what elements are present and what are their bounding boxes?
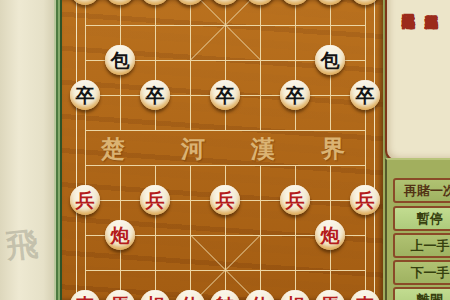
left-margin: 飛 (0, 0, 54, 300)
play-again-button[interactable]: 再賭一次 (393, 178, 450, 203)
next-move-button[interactable]: 下一手 (393, 260, 450, 285)
river-char-han: 漢 (247, 133, 279, 165)
button-panel: 再賭一次 暫停 上一手 下一手 離開 (385, 158, 450, 300)
watermark-seal: 飛 (5, 228, 40, 261)
river-char-he: 河 (177, 133, 209, 165)
piece-red-soldier[interactable]: 兵 (350, 185, 380, 215)
piece-red-soldier[interactable]: 兵 (140, 185, 170, 215)
piece-black-soldier[interactable]: 卒 (70, 80, 100, 110)
xiangqi-game-window: 飛 (0, 0, 450, 300)
xiangqi-board[interactable]: 楚 河 漢 界 車馬象士將士象馬車包包卒卒卒卒卒兵兵兵兵兵炮炮車馬相仕帥仕相馬車 (62, 0, 383, 300)
piece-red-cannon[interactable]: 炮 (105, 220, 135, 250)
piece-black-soldier[interactable]: 卒 (350, 80, 380, 110)
exit-button[interactable]: 離開 (393, 287, 450, 300)
prev-move-button[interactable]: 上一手 (393, 233, 450, 258)
river-char-chu: 楚 (97, 133, 129, 165)
board-frame-stripe (54, 0, 62, 300)
piece-red-soldier[interactable]: 兵 (70, 185, 100, 215)
river-char-jie: 界 (317, 133, 349, 165)
opening-title-card: 進過河車壓傌對紅屏風 進三兵轉退左傌窩心二】 (385, 0, 450, 162)
right-panel: 進過河車壓傌對紅屏風 進三兵轉退左傌窩心二】 再賭一次 暫停 上一手 下一手 離… (383, 0, 450, 300)
piece-red-soldier[interactable]: 兵 (210, 185, 240, 215)
pause-button[interactable]: 暫停 (393, 206, 450, 231)
piece-black-soldier[interactable]: 卒 (140, 80, 170, 110)
piece-black-soldier[interactable]: 卒 (280, 80, 310, 110)
piece-black-soldier[interactable]: 卒 (210, 80, 240, 110)
piece-black-cannon[interactable]: 包 (315, 45, 345, 75)
piece-black-cannon[interactable]: 包 (105, 45, 135, 75)
piece-red-soldier[interactable]: 兵 (280, 185, 310, 215)
piece-red-cannon[interactable]: 炮 (315, 220, 345, 250)
